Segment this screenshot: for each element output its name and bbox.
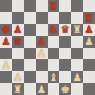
square-e2[interactable]: ♝	[48, 71, 60, 83]
square-c3[interactable]	[24, 59, 36, 71]
square-f1[interactable]: ♚	[59, 83, 71, 95]
piece-red-queen[interactable]: ♛	[61, 24, 70, 35]
square-g5[interactable]	[71, 36, 83, 48]
square-c2[interactable]	[24, 71, 36, 83]
piece-cream-pawn[interactable]: ♟	[13, 71, 22, 82]
square-d8[interactable]	[36, 0, 48, 12]
square-c8[interactable]	[24, 0, 36, 12]
square-g6[interactable]: ♜	[71, 24, 83, 36]
square-b4[interactable]	[12, 48, 24, 60]
square-g1[interactable]	[71, 83, 83, 95]
square-h4[interactable]	[83, 48, 95, 60]
piece-red-king[interactable]: ♚	[1, 24, 10, 35]
square-h1[interactable]	[83, 83, 95, 95]
square-e1[interactable]	[48, 83, 60, 95]
square-e5[interactable]	[48, 36, 60, 48]
square-c6[interactable]	[24, 24, 36, 36]
piece-red-queen[interactable]: ♛	[13, 36, 22, 47]
square-f8[interactable]	[59, 0, 71, 12]
square-f4[interactable]	[59, 48, 71, 60]
piece-red-knight[interactable]: ♞	[49, 24, 58, 35]
square-d4[interactable]: ♟	[36, 48, 48, 60]
square-e4[interactable]	[48, 48, 60, 60]
chess-board: ♜♜♚♟♞♛♜♟♟♛♟♟♟♟♟♝♟♜♟♚	[0, 0, 95, 95]
square-h2[interactable]	[83, 71, 95, 83]
square-b1[interactable]: ♜	[12, 83, 24, 95]
square-e6[interactable]: ♞	[48, 24, 60, 36]
square-d3[interactable]	[36, 59, 48, 71]
square-h3[interactable]	[83, 59, 95, 71]
piece-red-rook[interactable]: ♜	[84, 12, 93, 23]
piece-cream-pawn[interactable]: ♟	[37, 48, 46, 59]
square-f3[interactable]	[59, 59, 71, 71]
square-d1[interactable]: ♟	[36, 83, 48, 95]
piece-red-pawn[interactable]: ♟	[84, 24, 93, 35]
square-a1[interactable]	[0, 83, 12, 95]
square-d7[interactable]	[36, 12, 48, 24]
piece-cream-rook[interactable]: ♜	[13, 83, 22, 94]
square-h5[interactable]: ♟	[83, 36, 95, 48]
square-c4[interactable]	[24, 48, 36, 60]
square-b5[interactable]: ♛	[12, 36, 24, 48]
piece-cream-king[interactable]: ♚	[61, 83, 70, 94]
piece-red-pawn[interactable]: ♟	[1, 36, 10, 47]
piece-cream-pawn[interactable]: ♟	[1, 60, 10, 71]
piece-red-pawn[interactable]: ♟	[37, 36, 46, 47]
square-e8[interactable]: ♜	[48, 0, 60, 12]
piece-cream-pawn[interactable]: ♟	[37, 83, 46, 94]
square-c5[interactable]	[24, 36, 36, 48]
square-a3[interactable]: ♟	[0, 59, 12, 71]
piece-cream-pawn[interactable]: ♟	[84, 36, 93, 47]
square-a8[interactable]	[0, 0, 12, 12]
square-g8[interactable]	[71, 0, 83, 12]
square-f6[interactable]: ♛	[59, 24, 71, 36]
square-c7[interactable]	[24, 12, 36, 24]
piece-cream-bishop[interactable]: ♝	[49, 71, 58, 82]
square-f5[interactable]	[59, 36, 71, 48]
square-c1[interactable]	[24, 83, 36, 95]
square-g4[interactable]	[71, 48, 83, 60]
piece-cream-rook[interactable]: ♜	[72, 24, 81, 35]
square-g2[interactable]: ♟	[71, 71, 83, 83]
square-a2[interactable]	[0, 71, 12, 83]
piece-red-pawn[interactable]: ♟	[13, 24, 22, 35]
piece-red-rook[interactable]: ♜	[49, 0, 58, 11]
square-a5[interactable]: ♟	[0, 36, 12, 48]
square-b8[interactable]	[12, 0, 24, 12]
chess-board-screenshot: ♜♜♚♟♞♛♜♟♟♛♟♟♟♟♟♝♟♜♟♚	[0, 0, 95, 95]
piece-cream-pawn[interactable]: ♟	[72, 71, 81, 82]
